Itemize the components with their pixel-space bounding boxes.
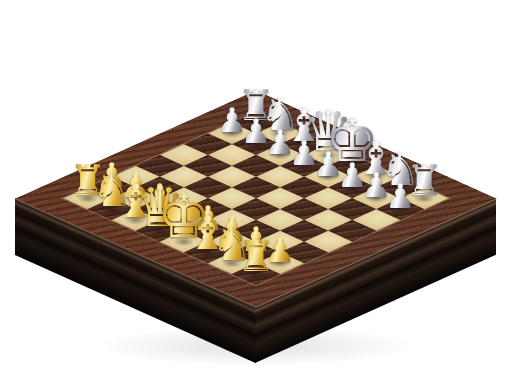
piece-silver-pawn[interactable]: ♟ <box>385 179 415 213</box>
piece-gold-rook[interactable]: ♜ <box>237 236 275 278</box>
chess-set-photo: ♜♞♝♛♚♝♞♜♟♟♟♟♟♟♟♟♟♟♟♟♟♟♟♟♜♞♝♛♚♝♞♜ <box>0 0 510 376</box>
square-h1[interactable]: ♜ <box>232 263 280 285</box>
